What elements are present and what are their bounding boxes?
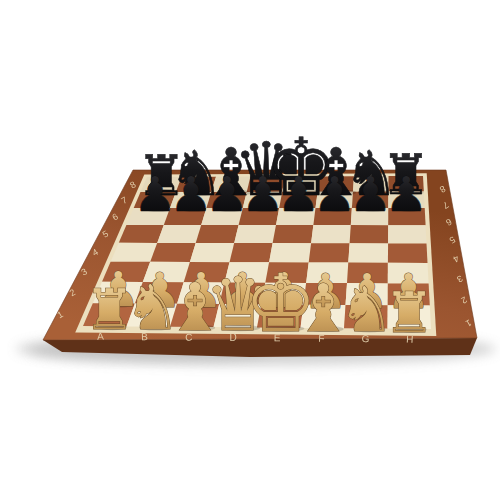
square-d5[interactable] — [234, 225, 276, 243]
square-c4[interactable] — [190, 243, 234, 262]
square-g4[interactable] — [348, 243, 388, 262]
square-h4[interactable] — [388, 243, 428, 263]
square-a5[interactable] — [119, 225, 164, 243]
square-c5[interactable] — [196, 225, 239, 243]
square-f5[interactable] — [311, 225, 351, 243]
square-b4[interactable] — [150, 243, 196, 262]
chessboard-svg: ABCDEFGH1234567812345678♜♞♝♛♚♝♞♜♟♟♟♟♟♟♟♟… — [0, 0, 500, 500]
square-a4[interactable] — [111, 243, 158, 262]
piece-black-pawn-h7[interactable]: ♟ — [385, 166, 428, 222]
square-e5[interactable] — [273, 225, 314, 243]
piece-white-rook-h1[interactable]: ♜ — [384, 280, 434, 345]
square-h5[interactable] — [388, 225, 426, 243]
chessboard-photo-stage: ABCDEFGH1234567812345678♜♞♝♛♚♝♞♜♟♟♟♟♟♟♟♟… — [0, 0, 500, 500]
square-g5[interactable] — [350, 225, 389, 243]
square-b5[interactable] — [157, 225, 201, 243]
